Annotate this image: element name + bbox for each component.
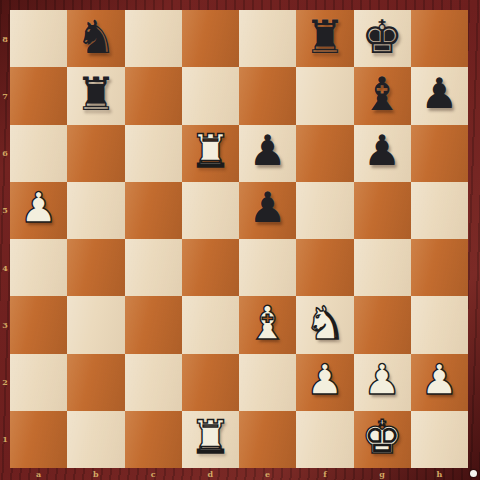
square-g4[interactable] [354,239,411,296]
file-label-c: c [125,468,182,480]
square-d8[interactable] [182,10,239,67]
square-f1[interactable] [296,411,353,468]
file-label-f: f [296,468,353,480]
rank-label-7: 7 [0,67,10,124]
square-h6[interactable] [411,125,468,182]
file-label-b: b [67,468,124,480]
square-a8[interactable] [10,10,67,67]
square-h7[interactable]: ♟ [411,67,468,124]
square-e1[interactable] [239,411,296,468]
square-h3[interactable] [411,296,468,353]
square-a1[interactable] [10,411,67,468]
square-d3[interactable] [182,296,239,353]
square-g5[interactable] [354,182,411,239]
square-a6[interactable] [10,125,67,182]
rank-label-1: 1 [0,411,10,468]
black-pawn[interactable]: ♟ [249,130,287,172]
square-h2[interactable]: ♟ [411,354,468,411]
rank-label-3: 3 [0,296,10,353]
square-d7[interactable] [182,67,239,124]
file-label-h: h [411,468,468,480]
square-c6[interactable] [125,125,182,182]
square-b6[interactable] [67,125,124,182]
square-c3[interactable] [125,296,182,353]
square-f8[interactable]: ♜ [296,10,353,67]
square-b3[interactable] [67,296,124,353]
square-h4[interactable] [411,239,468,296]
square-h5[interactable] [411,182,468,239]
white-pawn[interactable]: ♟ [421,359,459,401]
square-d6[interactable]: ♜ [182,125,239,182]
square-b5[interactable] [67,182,124,239]
black-rook[interactable]: ♜ [75,71,116,117]
file-label-d: d [182,468,239,480]
square-d5[interactable] [182,182,239,239]
white-pawn[interactable]: ♟ [20,187,58,229]
square-e5[interactable]: ♟ [239,182,296,239]
chess-board: ♞♜♚♜♝♟♜♟♟♟♟♝♞♟♟♟♜♚ [10,10,468,468]
square-g7[interactable]: ♝ [354,67,411,124]
white-rook[interactable]: ♜ [190,414,231,460]
square-f4[interactable] [296,239,353,296]
black-bishop[interactable]: ♝ [362,71,403,117]
square-c4[interactable] [125,239,182,296]
square-b1[interactable] [67,411,124,468]
square-a5[interactable]: ♟ [10,182,67,239]
square-e3[interactable]: ♝ [239,296,296,353]
square-b4[interactable] [67,239,124,296]
square-d2[interactable] [182,354,239,411]
rank-label-2: 2 [0,354,10,411]
rank-labels: 87654321 [0,10,10,468]
square-c8[interactable] [125,10,182,67]
square-c1[interactable] [125,411,182,468]
file-label-g: g [354,468,411,480]
square-b8[interactable]: ♞ [67,10,124,67]
square-e7[interactable] [239,67,296,124]
file-label-e: e [239,468,296,480]
square-g6[interactable]: ♟ [354,125,411,182]
square-a3[interactable] [10,296,67,353]
square-b7[interactable]: ♜ [67,67,124,124]
white-to-move-indicator [470,470,477,477]
white-rook[interactable]: ♜ [190,128,231,174]
square-g1[interactable]: ♚ [354,411,411,468]
white-king[interactable]: ♚ [362,414,403,460]
square-h1[interactable] [411,411,468,468]
square-f3[interactable]: ♞ [296,296,353,353]
square-f5[interactable] [296,182,353,239]
rank-label-6: 6 [0,125,10,182]
rank-label-4: 4 [0,239,10,296]
white-pawn[interactable]: ♟ [306,359,344,401]
file-label-a: a [10,468,67,480]
square-e4[interactable] [239,239,296,296]
black-king[interactable]: ♚ [362,14,403,60]
square-g2[interactable]: ♟ [354,354,411,411]
square-a4[interactable] [10,239,67,296]
square-c5[interactable] [125,182,182,239]
black-pawn[interactable]: ♟ [363,130,401,172]
black-rook[interactable]: ♜ [304,14,345,60]
chess-board-frame: ♞♜♚♜♝♟♜♟♟♟♟♝♞♟♟♟♜♚ 87654321 abcdefgh [0,0,480,480]
square-c2[interactable] [125,354,182,411]
white-bishop[interactable]: ♝ [247,300,288,346]
square-a2[interactable] [10,354,67,411]
black-pawn[interactable]: ♟ [249,187,287,229]
square-e6[interactable]: ♟ [239,125,296,182]
square-d1[interactable]: ♜ [182,411,239,468]
square-f2[interactable]: ♟ [296,354,353,411]
square-h8[interactable] [411,10,468,67]
square-e8[interactable] [239,10,296,67]
black-knight[interactable]: ♞ [75,14,116,60]
rank-label-5: 5 [0,182,10,239]
file-labels: abcdefgh [10,468,468,480]
square-d4[interactable] [182,239,239,296]
square-a7[interactable] [10,67,67,124]
square-b2[interactable] [67,354,124,411]
black-pawn[interactable]: ♟ [421,73,459,115]
square-f6[interactable] [296,125,353,182]
white-pawn[interactable]: ♟ [363,359,401,401]
square-e2[interactable] [239,354,296,411]
square-c7[interactable] [125,67,182,124]
square-g3[interactable] [354,296,411,353]
rank-label-8: 8 [0,10,10,67]
square-g8[interactable]: ♚ [354,10,411,67]
white-knight[interactable]: ♞ [304,300,345,346]
square-f7[interactable] [296,67,353,124]
